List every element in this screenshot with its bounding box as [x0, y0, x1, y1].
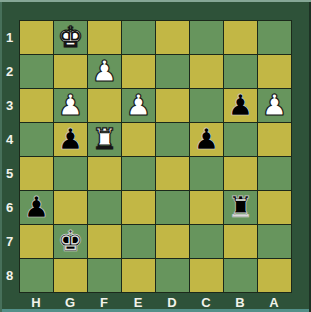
- square-d7[interactable]: [156, 225, 189, 258]
- file-label-a: A: [257, 293, 291, 312]
- piece-white-pawn[interactable]: ♟: [54, 89, 87, 122]
- rank-label-8: 8: [0, 258, 19, 292]
- square-f3[interactable]: [88, 89, 121, 122]
- rank-label-7: 7: [0, 224, 19, 258]
- square-g2[interactable]: [54, 55, 87, 88]
- square-e8[interactable]: [122, 259, 155, 292]
- piece-black-rook[interactable]: ♜: [224, 191, 257, 224]
- piece-black-pawn[interactable]: ♟: [224, 89, 257, 122]
- piece-black-pawn[interactable]: ♟: [20, 191, 53, 224]
- square-h1[interactable]: [20, 21, 53, 54]
- square-d5[interactable]: [156, 157, 189, 190]
- square-b2[interactable]: [224, 55, 257, 88]
- piece-white-pawn[interactable]: ♟: [88, 55, 121, 88]
- square-g1[interactable]: ♚: [54, 21, 87, 54]
- square-f4[interactable]: ♜: [88, 123, 121, 156]
- rank-labels: 12345678: [0, 20, 19, 292]
- square-g3[interactable]: ♟: [54, 89, 87, 122]
- square-h3[interactable]: [20, 89, 53, 122]
- square-h5[interactable]: [20, 157, 53, 190]
- square-d6[interactable]: [156, 191, 189, 224]
- square-c6[interactable]: [190, 191, 223, 224]
- piece-black-pawn[interactable]: ♟: [54, 123, 87, 156]
- square-f6[interactable]: [88, 191, 121, 224]
- square-c1[interactable]: [190, 21, 223, 54]
- square-c7[interactable]: [190, 225, 223, 258]
- square-g6[interactable]: [54, 191, 87, 224]
- square-b5[interactable]: [224, 157, 257, 190]
- square-e7[interactable]: [122, 225, 155, 258]
- square-e5[interactable]: [122, 157, 155, 190]
- square-d8[interactable]: [156, 259, 189, 292]
- piece-black-pawn[interactable]: ♟: [190, 123, 223, 156]
- square-d3[interactable]: [156, 89, 189, 122]
- rank-label-5: 5: [0, 156, 19, 190]
- square-d4[interactable]: [156, 123, 189, 156]
- rank-label-1: 1: [0, 20, 19, 54]
- square-b4[interactable]: [224, 123, 257, 156]
- square-a3[interactable]: ♟: [258, 89, 291, 122]
- rank-label-2: 2: [0, 54, 19, 88]
- square-d2[interactable]: [156, 55, 189, 88]
- square-e4[interactable]: [122, 123, 155, 156]
- square-g7[interactable]: ♚: [54, 225, 87, 258]
- square-c5[interactable]: [190, 157, 223, 190]
- square-f2[interactable]: ♟: [88, 55, 121, 88]
- square-a6[interactable]: [258, 191, 291, 224]
- square-g5[interactable]: [54, 157, 87, 190]
- square-c2[interactable]: [190, 55, 223, 88]
- square-e3[interactable]: ♟: [122, 89, 155, 122]
- chessboard-frame: 12345678 ♚♟♟♟♟♟♟♜♟♟♜♚ HGFEDCBA: [0, 0, 311, 312]
- square-f1[interactable]: [88, 21, 121, 54]
- square-b1[interactable]: [224, 21, 257, 54]
- file-label-d: D: [155, 293, 189, 312]
- square-g8[interactable]: [54, 259, 87, 292]
- file-labels: HGFEDCBA: [19, 293, 293, 312]
- square-a2[interactable]: [258, 55, 291, 88]
- file-label-c: C: [189, 293, 223, 312]
- square-b7[interactable]: [224, 225, 257, 258]
- chess-board: ♚♟♟♟♟♟♟♜♟♟♜♚: [19, 20, 292, 293]
- square-b6[interactable]: ♜: [224, 191, 257, 224]
- rank-label-3: 3: [0, 88, 19, 122]
- square-h7[interactable]: [20, 225, 53, 258]
- piece-white-rook[interactable]: ♜: [88, 123, 121, 156]
- square-a1[interactable]: [258, 21, 291, 54]
- file-label-e: E: [121, 293, 155, 312]
- square-b3[interactable]: ♟: [224, 89, 257, 122]
- square-a7[interactable]: [258, 225, 291, 258]
- square-b8[interactable]: [224, 259, 257, 292]
- piece-white-pawn[interactable]: ♟: [258, 89, 291, 122]
- square-d1[interactable]: [156, 21, 189, 54]
- file-label-f: F: [87, 293, 121, 312]
- square-e2[interactable]: [122, 55, 155, 88]
- square-a8[interactable]: [258, 259, 291, 292]
- rank-label-4: 4: [0, 122, 19, 156]
- piece-white-pawn[interactable]: ♟: [122, 89, 155, 122]
- square-f8[interactable]: [88, 259, 121, 292]
- file-label-h: H: [19, 293, 53, 312]
- square-a5[interactable]: [258, 157, 291, 190]
- square-c8[interactable]: [190, 259, 223, 292]
- square-h4[interactable]: [20, 123, 53, 156]
- square-f7[interactable]: [88, 225, 121, 258]
- square-f5[interactable]: [88, 157, 121, 190]
- square-c3[interactable]: [190, 89, 223, 122]
- piece-black-king[interactable]: ♚: [54, 225, 87, 258]
- file-label-b: B: [223, 293, 257, 312]
- square-h8[interactable]: [20, 259, 53, 292]
- rank-label-6: 6: [0, 190, 19, 224]
- piece-white-king[interactable]: ♚: [54, 21, 87, 54]
- square-e1[interactable]: [122, 21, 155, 54]
- square-e6[interactable]: [122, 191, 155, 224]
- square-h2[interactable]: [20, 55, 53, 88]
- square-a4[interactable]: [258, 123, 291, 156]
- file-label-g: G: [53, 293, 87, 312]
- square-h6[interactable]: ♟: [20, 191, 53, 224]
- square-g4[interactable]: ♟: [54, 123, 87, 156]
- square-c4[interactable]: ♟: [190, 123, 223, 156]
